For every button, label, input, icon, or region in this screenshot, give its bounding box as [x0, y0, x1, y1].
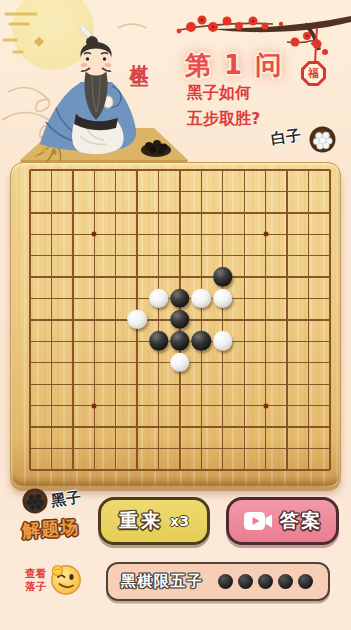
white-stone — [127, 310, 147, 330]
intersection-B14[interactable] — [41, 181, 62, 202]
intersection-D8[interactable] — [84, 309, 105, 330]
intersection-F2[interactable] — [126, 438, 147, 459]
intersection-G12[interactable] — [148, 224, 169, 245]
intersection-J15[interactable] — [212, 159, 233, 180]
intersection-G1[interactable] — [148, 459, 169, 480]
intersection-M15[interactable] — [276, 159, 297, 180]
view-moves-line-2: 落子 — [25, 580, 46, 593]
intersection-C9[interactable] — [62, 288, 83, 309]
answer-button-label: 答案 — [280, 508, 322, 534]
intersection-D15[interactable] — [84, 159, 105, 180]
question-line-1: 黑子如何 — [187, 80, 260, 106]
intersection-I12[interactable] — [191, 224, 212, 245]
intersection-A9[interactable] — [19, 288, 40, 309]
intersection-L10[interactable] — [255, 266, 276, 287]
intersection-L14[interactable] — [255, 181, 276, 202]
intersection-I6[interactable] — [191, 352, 212, 373]
intersection-N15[interactable] — [298, 159, 319, 180]
white-stone — [213, 288, 233, 308]
intersection-G11[interactable] — [148, 245, 169, 266]
intersection-F6[interactable] — [126, 352, 147, 373]
intersection-C13[interactable] — [62, 202, 83, 223]
intersection-F1[interactable] — [126, 459, 147, 480]
black-stone — [170, 310, 190, 330]
intersection-A11[interactable] — [19, 245, 40, 266]
intersection-K13[interactable] — [234, 202, 255, 223]
intersection-N2[interactable] — [298, 438, 319, 459]
intersection-N10[interactable] — [298, 266, 319, 287]
intersection-N8[interactable] — [298, 309, 319, 330]
intersection-K6[interactable] — [234, 352, 255, 373]
intersection-I14[interactable] — [191, 181, 212, 202]
intersection-N9[interactable] — [298, 288, 319, 309]
black-stone — [213, 267, 233, 287]
intersection-E5[interactable] — [105, 374, 126, 395]
intersection-C7[interactable] — [62, 331, 83, 352]
intersection-F4[interactable] — [126, 395, 147, 416]
restart-button[interactable]: 重来 x3 — [98, 497, 210, 545]
intersection-H14[interactable] — [169, 181, 190, 202]
question-text: 黑子如何 五步取胜? — [187, 80, 260, 132]
star-point — [92, 232, 97, 237]
intersection-L4[interactable] — [255, 395, 276, 416]
remaining-stone-dot — [298, 574, 313, 589]
intersection-F13[interactable] — [126, 202, 147, 223]
black-stone — [170, 288, 190, 308]
intersection-I8[interactable] — [191, 309, 212, 330]
intersection-B5[interactable] — [41, 374, 62, 395]
intersection-C5[interactable] — [62, 374, 83, 395]
remaining-stone-dot — [258, 574, 273, 589]
hint-label: 黑棋限五子 — [121, 572, 204, 591]
intersection-O7[interactable] — [319, 331, 340, 352]
intersection-H2[interactable] — [169, 438, 190, 459]
intersection-B3[interactable] — [41, 416, 62, 437]
intersection-O9[interactable] — [319, 288, 340, 309]
intersection-F8[interactable] — [126, 309, 147, 330]
intersection-L9[interactable] — [255, 288, 276, 309]
hint-panel: 黑棋限五子 — [106, 562, 330, 601]
intersection-I7[interactable] — [191, 331, 212, 352]
intersection-I9[interactable] — [191, 288, 212, 309]
intersection-M11[interactable] — [276, 245, 297, 266]
intersection-J8[interactable] — [212, 309, 233, 330]
intersection-J3[interactable] — [212, 416, 233, 437]
intersection-H15[interactable] — [169, 159, 190, 180]
intersection-K5[interactable] — [234, 374, 255, 395]
star-point — [263, 403, 268, 408]
intersection-E11[interactable] — [105, 245, 126, 266]
intersection-L13[interactable] — [255, 202, 276, 223]
black-stone — [170, 331, 190, 351]
intersection-C2[interactable] — [62, 438, 83, 459]
intersection-A2[interactable] — [19, 438, 40, 459]
intersection-B9[interactable] — [41, 288, 62, 309]
intersection-B7[interactable] — [41, 331, 62, 352]
intersection-M1[interactable] — [276, 459, 297, 480]
intersection-E13[interactable] — [105, 202, 126, 223]
gomoku-puzzle-app: 福 — [0, 0, 351, 630]
intersection-E1[interactable] — [105, 459, 126, 480]
intersection-A3[interactable] — [19, 416, 40, 437]
intersection-I1[interactable] — [191, 459, 212, 480]
intersection-B2[interactable] — [41, 438, 62, 459]
intersection-E9[interactable] — [105, 288, 126, 309]
intersection-A7[interactable] — [19, 331, 40, 352]
intersection-E15[interactable] — [105, 159, 126, 180]
intersection-F12[interactable] — [126, 224, 147, 245]
intersection-G5[interactable] — [148, 374, 169, 395]
white-stone-bowl-icon — [309, 126, 336, 153]
intersection-O4[interactable] — [319, 395, 340, 416]
intersection-G7[interactable] — [148, 331, 169, 352]
board-grid[interactable] — [19, 159, 340, 480]
intersection-C3[interactable] — [62, 416, 83, 437]
intersection-C1[interactable] — [62, 459, 83, 480]
intersection-J2[interactable] — [212, 438, 233, 459]
intersection-M10[interactable] — [276, 266, 297, 287]
intersection-L6[interactable] — [255, 352, 276, 373]
intersection-O10[interactable] — [319, 266, 340, 287]
intersection-O2[interactable] — [319, 438, 340, 459]
intersection-H10[interactable] — [169, 266, 190, 287]
intersection-D1[interactable] — [84, 459, 105, 480]
intersection-D12[interactable] — [84, 224, 105, 245]
intersection-K8[interactable] — [234, 309, 255, 330]
intersection-J9[interactable] — [212, 288, 233, 309]
restart-count-badge: x3 — [170, 513, 189, 529]
intersection-B15[interactable] — [41, 159, 62, 180]
intersection-A8[interactable] — [19, 309, 40, 330]
intersection-F10[interactable] — [126, 266, 147, 287]
intersection-N5[interactable] — [298, 374, 319, 395]
video-camera-icon — [243, 510, 273, 532]
remaining-stone-dot — [278, 574, 293, 589]
intersection-C11[interactable] — [62, 245, 83, 266]
intersection-C15[interactable] — [62, 159, 83, 180]
intersection-E8[interactable] — [105, 309, 126, 330]
intersection-F15[interactable] — [126, 159, 147, 180]
intersection-J6[interactable] — [212, 352, 233, 373]
intersection-B6[interactable] — [41, 352, 62, 373]
intersection-B8[interactable] — [41, 309, 62, 330]
black-stone-bowl-icon — [22, 488, 48, 514]
fu-tag-character: 福 — [308, 66, 319, 81]
intersection-I13[interactable] — [191, 202, 212, 223]
star-point — [92, 403, 97, 408]
white-stone — [192, 288, 212, 308]
intersection-L15[interactable] — [255, 159, 276, 180]
intersection-B4[interactable] — [41, 395, 62, 416]
intersection-G10[interactable] — [148, 266, 169, 287]
star-point — [263, 232, 268, 237]
intersection-N12[interactable] — [298, 224, 319, 245]
intersection-L1[interactable] — [255, 459, 276, 480]
intersection-G9[interactable] — [148, 288, 169, 309]
intersection-G4[interactable] — [148, 395, 169, 416]
restart-button-label: 重来 — [119, 508, 163, 534]
intersection-M14[interactable] — [276, 181, 297, 202]
intersection-E7[interactable] — [105, 331, 126, 352]
intersection-A4[interactable] — [19, 395, 40, 416]
intersection-N3[interactable] — [298, 416, 319, 437]
intersection-O13[interactable] — [319, 202, 340, 223]
intersection-H5[interactable] — [169, 374, 190, 395]
intersection-E12[interactable] — [105, 224, 126, 245]
intersection-K4[interactable] — [234, 395, 255, 416]
intersection-D7[interactable] — [84, 331, 105, 352]
intersection-I15[interactable] — [191, 159, 212, 180]
intersection-L5[interactable] — [255, 374, 276, 395]
fu-tag: 福 — [301, 61, 326, 86]
intersection-J7[interactable] — [212, 331, 233, 352]
intersection-H4[interactable] — [169, 395, 190, 416]
intersection-D4[interactable] — [84, 395, 105, 416]
intersection-N13[interactable] — [298, 202, 319, 223]
puzzle-mode-label: 解题场 — [21, 515, 80, 543]
intersection-O8[interactable] — [319, 309, 340, 330]
intersection-G2[interactable] — [148, 438, 169, 459]
intersection-B1[interactable] — [41, 459, 62, 480]
intersection-G6[interactable] — [148, 352, 169, 373]
intersection-M7[interactable] — [276, 331, 297, 352]
intersection-D10[interactable] — [84, 266, 105, 287]
intersection-O15[interactable] — [319, 159, 340, 180]
intersection-O12[interactable] — [319, 224, 340, 245]
intersection-G13[interactable] — [148, 202, 169, 223]
intersection-H6[interactable] — [169, 352, 190, 373]
intersection-N11[interactable] — [298, 245, 319, 266]
intersection-M3[interactable] — [276, 416, 297, 437]
intersection-H9[interactable] — [169, 288, 190, 309]
intersection-K3[interactable] — [234, 416, 255, 437]
intersection-B13[interactable] — [41, 202, 62, 223]
intersection-C6[interactable] — [62, 352, 83, 373]
white-stone — [149, 288, 169, 308]
intersection-J1[interactable] — [212, 459, 233, 480]
scholar-illustration — [16, 26, 192, 164]
black-stone — [149, 331, 169, 351]
intersection-C10[interactable] — [62, 266, 83, 287]
intersection-E6[interactable] — [105, 352, 126, 373]
intersection-F7[interactable] — [126, 331, 147, 352]
intersection-K11[interactable] — [234, 245, 255, 266]
intersection-K15[interactable] — [234, 159, 255, 180]
intersection-F5[interactable] — [126, 374, 147, 395]
intersection-O6[interactable] — [319, 352, 340, 373]
intersection-J13[interactable] — [212, 202, 233, 223]
intersection-J10[interactable] — [212, 266, 233, 287]
white-stone — [213, 331, 233, 351]
intersection-A1[interactable] — [19, 459, 40, 480]
intersection-A6[interactable] — [19, 352, 40, 373]
intersection-L2[interactable] — [255, 438, 276, 459]
intersection-K9[interactable] — [234, 288, 255, 309]
intersection-G15[interactable] — [148, 159, 169, 180]
intersection-G3[interactable] — [148, 416, 169, 437]
question-number-title: 第 1 问 — [185, 48, 283, 83]
intersection-E4[interactable] — [105, 395, 126, 416]
intersection-O3[interactable] — [319, 416, 340, 437]
intersection-B11[interactable] — [41, 245, 62, 266]
intersection-L11[interactable] — [255, 245, 276, 266]
intersection-E10[interactable] — [105, 266, 126, 287]
intersection-N4[interactable] — [298, 395, 319, 416]
view-moves-label: 查看 落子 — [25, 567, 46, 593]
intersection-D2[interactable] — [84, 438, 105, 459]
intersection-D5[interactable] — [84, 374, 105, 395]
white-tray-label: 白子 — [270, 126, 302, 149]
intersection-K2[interactable] — [234, 438, 255, 459]
intersection-N1[interactable] — [298, 459, 319, 480]
intersection-D6[interactable] — [84, 352, 105, 373]
intersection-I3[interactable] — [191, 416, 212, 437]
black-stone — [192, 331, 212, 351]
intersection-C4[interactable] — [62, 395, 83, 416]
intersection-J14[interactable] — [212, 181, 233, 202]
intersection-M9[interactable] — [276, 288, 297, 309]
intersection-D14[interactable] — [84, 181, 105, 202]
intersection-A15[interactable] — [19, 159, 40, 180]
intersection-G14[interactable] — [148, 181, 169, 202]
intersection-I5[interactable] — [191, 374, 212, 395]
intersection-O5[interactable] — [319, 374, 340, 395]
intersection-K1[interactable] — [234, 459, 255, 480]
intersection-H3[interactable] — [169, 416, 190, 437]
intersection-E14[interactable] — [105, 181, 126, 202]
intersection-H13[interactable] — [169, 202, 190, 223]
intersection-K7[interactable] — [234, 331, 255, 352]
intersection-N6[interactable] — [298, 352, 319, 373]
intersection-M6[interactable] — [276, 352, 297, 373]
intersection-M5[interactable] — [276, 374, 297, 395]
intersection-A5[interactable] — [19, 374, 40, 395]
intersection-F9[interactable] — [126, 288, 147, 309]
intersection-H1[interactable] — [169, 459, 190, 480]
black-tray-label: 黑子 — [50, 488, 82, 511]
intersection-M12[interactable] — [276, 224, 297, 245]
intersection-O1[interactable] — [319, 459, 340, 480]
intersection-E3[interactable] — [105, 416, 126, 437]
intersection-L3[interactable] — [255, 416, 276, 437]
intersection-C14[interactable] — [62, 181, 83, 202]
intersection-N7[interactable] — [298, 331, 319, 352]
intersection-J11[interactable] — [212, 245, 233, 266]
intersection-L8[interactable] — [255, 309, 276, 330]
intersection-O14[interactable] — [319, 181, 340, 202]
intersection-K12[interactable] — [234, 224, 255, 245]
intersection-M2[interactable] — [276, 438, 297, 459]
remaining-stones-row — [215, 574, 315, 589]
intersection-A10[interactable] — [19, 266, 40, 287]
intersection-B10[interactable] — [41, 266, 62, 287]
white-stone — [170, 353, 190, 373]
intersection-J4[interactable] — [212, 395, 233, 416]
intersection-L7[interactable] — [255, 331, 276, 352]
intersection-F11[interactable] — [126, 245, 147, 266]
intersection-D11[interactable] — [84, 245, 105, 266]
intersection-A12[interactable] — [19, 224, 40, 245]
intersection-E2[interactable] — [105, 438, 126, 459]
intersection-I10[interactable] — [191, 266, 212, 287]
intersection-A13[interactable] — [19, 202, 40, 223]
intersection-I4[interactable] — [191, 395, 212, 416]
intersection-M8[interactable] — [276, 309, 297, 330]
intersection-I2[interactable] — [191, 438, 212, 459]
intersection-D13[interactable] — [84, 202, 105, 223]
intersection-F3[interactable] — [126, 416, 147, 437]
intersection-M4[interactable] — [276, 395, 297, 416]
intersection-D9[interactable] — [84, 288, 105, 309]
intersection-N14[interactable] — [298, 181, 319, 202]
intersection-C8[interactable] — [62, 309, 83, 330]
intersection-J12[interactable] — [212, 224, 233, 245]
intersection-G8[interactable] — [148, 309, 169, 330]
intersection-D3[interactable] — [84, 416, 105, 437]
answer-button[interactable]: 答案 — [226, 497, 339, 545]
remaining-stone-dot — [218, 574, 233, 589]
intersection-H8[interactable] — [169, 309, 190, 330]
intersection-B12[interactable] — [41, 224, 62, 245]
intersection-H11[interactable] — [169, 245, 190, 266]
intersection-H7[interactable] — [169, 331, 190, 352]
intersection-C12[interactable] — [62, 224, 83, 245]
intersection-F14[interactable] — [126, 181, 147, 202]
intersection-H12[interactable] — [169, 224, 190, 245]
intersection-J5[interactable] — [212, 374, 233, 395]
intersection-M13[interactable] — [276, 202, 297, 223]
master-title-label: 棋圣 — [127, 49, 153, 59]
intersection-O11[interactable] — [319, 245, 340, 266]
wink-emoji-icon[interactable] — [49, 562, 83, 596]
intersection-K10[interactable] — [234, 266, 255, 287]
intersection-K14[interactable] — [234, 181, 255, 202]
intersection-A14[interactable] — [19, 181, 40, 202]
intersection-I11[interactable] — [191, 245, 212, 266]
view-moves-line-1: 查看 — [25, 567, 46, 580]
question-line-2: 五步取胜? — [187, 106, 260, 132]
remaining-stone-dot — [238, 574, 253, 589]
intersection-L12[interactable] — [255, 224, 276, 245]
